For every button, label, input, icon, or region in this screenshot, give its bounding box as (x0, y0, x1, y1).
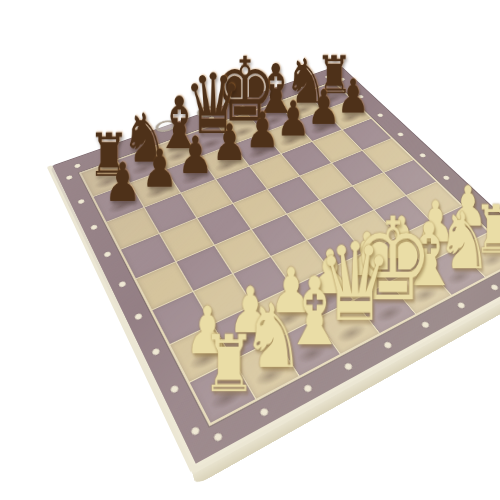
inlay-dot (259, 407, 269, 417)
inlay-dot (77, 198, 85, 204)
board-frame: ♜♞♝♛♚♝♞♜♟♟♟♟♟♟♟♟♟♟♟♟♟♟♟♟♜♞♝♛♚♝♞♜ (49, 65, 500, 471)
inlay-dot (344, 362, 354, 371)
inlay-dot (397, 132, 405, 137)
inlay-dot (420, 321, 430, 329)
inlay-dot (118, 281, 127, 288)
product-photo-scene: ♜♞♝♛♚♝♞♜♟♟♟♟♟♟♟♟♟♟♟♟♟♟♟♟♜♞♝♛♚♝♞♜ (0, 0, 500, 500)
inlay-dot (103, 251, 111, 258)
inlay-dot (456, 302, 466, 310)
inlay-dot (170, 385, 180, 394)
inlay-dot (66, 175, 73, 180)
inlay-dot (90, 224, 98, 230)
inlay-dot (190, 426, 200, 436)
inlay-dot (213, 432, 224, 443)
inlay-dot (134, 312, 143, 320)
black-pawn-a7: ♟ (97, 156, 147, 210)
inlay-dot (419, 153, 427, 158)
inlay-dot (490, 284, 500, 291)
inlay-dot (74, 163, 81, 168)
inlay-dot (383, 341, 393, 350)
inlay-dot (302, 384, 312, 393)
white-rook-a1: ♜ (192, 325, 266, 404)
inlay-dot (376, 113, 383, 118)
square-a7: ♟ (94, 183, 144, 221)
square-a1: ♜ (190, 361, 255, 423)
inlay-dot (151, 347, 160, 356)
